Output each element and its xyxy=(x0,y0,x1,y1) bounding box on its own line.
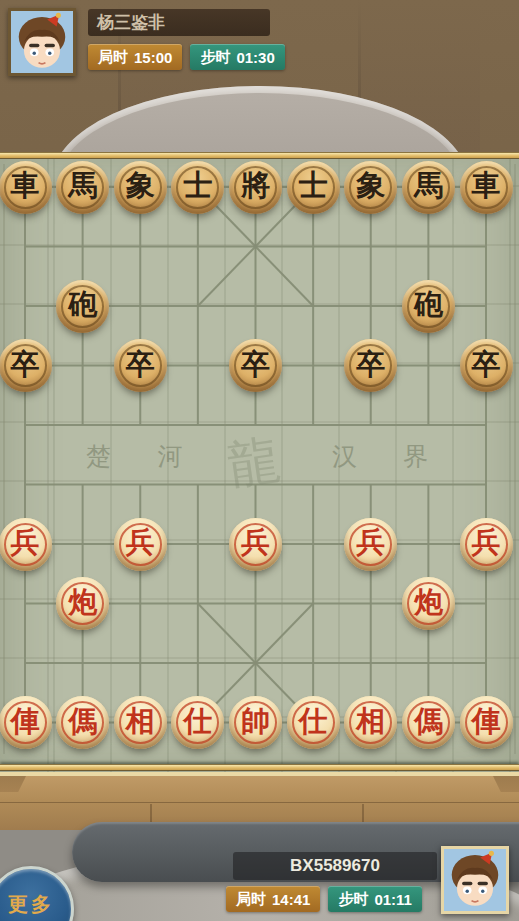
board-bottom-trim xyxy=(0,764,519,771)
piece-red-chariot[interactable]: 俥 xyxy=(0,696,52,749)
opponent-name-text: 杨三鉴非 xyxy=(97,11,165,34)
piece-black-soldier[interactable]: 卒 xyxy=(0,339,52,392)
move-time-label: 步时 xyxy=(338,890,368,909)
piece-glyph: 車 xyxy=(11,166,40,206)
player-avatar-image xyxy=(444,849,506,911)
piece-black-soldier[interactable]: 卒 xyxy=(344,339,397,392)
piece-glyph: 兵 xyxy=(11,523,40,563)
table-arch xyxy=(52,86,468,152)
piece-glyph: 卒 xyxy=(126,345,155,385)
piece-red-horse[interactable]: 傌 xyxy=(56,696,109,749)
piece-black-soldier[interactable]: 卒 xyxy=(229,339,282,392)
piece-glyph: 相 xyxy=(126,702,155,742)
piece-glyph: 俥 xyxy=(472,702,501,742)
piece-red-chariot[interactable]: 俥 xyxy=(460,696,513,749)
river-label-right: 汉 界 xyxy=(332,440,448,473)
player-name: BX5589670 xyxy=(233,852,437,880)
board-top-trim xyxy=(0,152,519,159)
piece-black-chariot[interactable]: 車 xyxy=(0,161,52,214)
piece-glyph: 傌 xyxy=(414,702,443,742)
piece-red-elephant[interactable]: 相 xyxy=(344,696,397,749)
piece-glyph: 砲 xyxy=(68,285,97,325)
piece-glyph: 車 xyxy=(472,166,501,206)
piece-red-horse[interactable]: 傌 xyxy=(402,696,455,749)
piece-glyph: 仕 xyxy=(183,702,212,742)
piece-glyph: 卒 xyxy=(11,345,40,385)
more-button-label: 更多 xyxy=(8,891,54,918)
piece-glyph: 兵 xyxy=(472,523,501,563)
piece-red-advisor[interactable]: 仕 xyxy=(287,696,340,749)
game-time-label: 局时 xyxy=(236,890,266,909)
piece-black-soldier[interactable]: 卒 xyxy=(460,339,513,392)
player-avatar[interactable] xyxy=(441,846,509,914)
piece-red-cannon[interactable]: 炮 xyxy=(56,577,109,630)
piece-glyph: 士 xyxy=(183,166,212,206)
piece-black-cannon[interactable]: 砲 xyxy=(402,280,455,333)
game-time-value: 14:41 xyxy=(272,891,310,908)
piece-glyph: 帥 xyxy=(241,702,270,742)
piece-glyph: 傌 xyxy=(68,702,97,742)
piece-black-elephant[interactable]: 象 xyxy=(114,161,167,214)
opponent-avatar-image xyxy=(11,11,73,73)
piece-glyph: 將 xyxy=(241,166,270,206)
player-timers: 局时 14:41 步时 01:11 xyxy=(226,886,422,912)
piece-glyph: 俥 xyxy=(11,702,40,742)
shelf-notch-left xyxy=(0,776,26,792)
move-time-value: 01:30 xyxy=(236,49,274,66)
opponent-timers: 局时 15:00 步时 01:30 xyxy=(88,44,285,70)
piece-red-cannon[interactable]: 炮 xyxy=(402,577,455,630)
opponent-move-timer: 步时 01:30 xyxy=(190,44,284,70)
opponent-game-timer: 局时 15:00 xyxy=(88,44,182,70)
piece-red-soldier[interactable]: 兵 xyxy=(0,518,52,571)
piece-red-advisor[interactable]: 仕 xyxy=(171,696,224,749)
piece-black-chariot[interactable]: 車 xyxy=(460,161,513,214)
piece-glyph: 兵 xyxy=(126,523,155,563)
game-screen: 杨三鉴非 局时 15:00 步时 01:30 楚 河 汉 界 龍 車馬象士將士象… xyxy=(0,0,519,921)
piece-glyph: 象 xyxy=(356,166,385,206)
move-time-value: 01:11 xyxy=(374,891,412,908)
player-move-timer: 步时 01:11 xyxy=(328,886,422,912)
move-time-label: 步时 xyxy=(200,48,230,67)
piece-glyph: 仕 xyxy=(299,702,328,742)
piece-glyph: 炮 xyxy=(414,583,443,623)
player-name-text: BX5589670 xyxy=(290,856,380,876)
piece-glyph: 卒 xyxy=(356,345,385,385)
piece-glyph: 卒 xyxy=(241,345,270,385)
piece-red-soldier[interactable]: 兵 xyxy=(114,518,167,571)
piece-black-horse[interactable]: 馬 xyxy=(402,161,455,214)
piece-glyph: 兵 xyxy=(241,523,270,563)
piece-black-general[interactable]: 將 xyxy=(229,161,282,214)
piece-red-elephant[interactable]: 相 xyxy=(114,696,167,749)
piece-glyph: 馬 xyxy=(68,166,97,206)
piece-red-soldier[interactable]: 兵 xyxy=(344,518,397,571)
piece-black-advisor[interactable]: 士 xyxy=(171,161,224,214)
river-emblem: 龍 xyxy=(223,425,284,502)
shelf-notch-right xyxy=(493,776,519,792)
piece-glyph: 砲 xyxy=(414,285,443,325)
player-game-timer: 局时 14:41 xyxy=(226,886,320,912)
piece-glyph: 馬 xyxy=(414,166,443,206)
xiangqi-board[interactable]: 楚 河 汉 界 龍 車馬象士將士象馬車砲砲卒卒卒卒卒兵兵兵兵兵炮炮俥傌相仕帥仕相… xyxy=(0,152,519,772)
game-time-label: 局时 xyxy=(98,48,128,67)
piece-glyph: 卒 xyxy=(472,345,501,385)
piece-glyph: 士 xyxy=(299,166,328,206)
piece-glyph: 炮 xyxy=(68,583,97,623)
piece-black-soldier[interactable]: 卒 xyxy=(114,339,167,392)
piece-red-soldier[interactable]: 兵 xyxy=(460,518,513,571)
piece-black-cannon[interactable]: 砲 xyxy=(56,280,109,333)
piece-red-soldier[interactable]: 兵 xyxy=(229,518,282,571)
piece-glyph: 兵 xyxy=(356,523,385,563)
piece-black-advisor[interactable]: 士 xyxy=(287,161,340,214)
opponent-name: 杨三鉴非 xyxy=(88,9,270,36)
piece-glyph: 相 xyxy=(356,702,385,742)
game-time-value: 15:00 xyxy=(134,49,172,66)
opponent-avatar[interactable] xyxy=(8,8,76,76)
river-label-left: 楚 河 xyxy=(86,440,202,473)
piece-red-general[interactable]: 帥 xyxy=(229,696,282,749)
piece-black-elephant[interactable]: 象 xyxy=(344,161,397,214)
piece-glyph: 象 xyxy=(126,166,155,206)
piece-black-horse[interactable]: 馬 xyxy=(56,161,109,214)
